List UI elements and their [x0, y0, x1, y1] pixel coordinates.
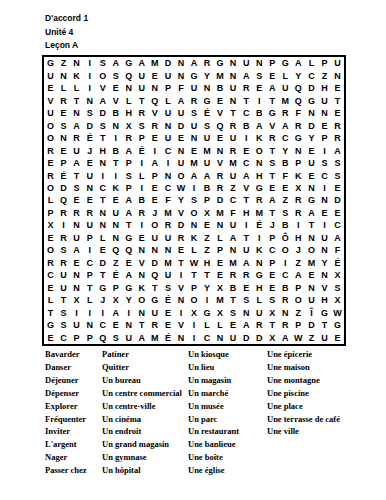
grid-cell: W: [187, 257, 200, 269]
grid-cell: E: [44, 82, 57, 94]
grid-cell: N: [253, 257, 266, 269]
worksheet-page: D'accord 1 Unité 4 Leçon A GZNISAGAMDNAR…: [0, 0, 386, 500]
grid-cell: D: [331, 194, 344, 206]
grid-cell: Z: [292, 257, 305, 269]
grid-cell: A: [122, 194, 135, 206]
word-list-item: Une épicerie: [267, 348, 340, 361]
word-search-grid: GZNISAGAMDNARGNUNPGALPUUNKIOSQUEUNGYMNAS…: [42, 55, 346, 346]
grid-cell: E: [214, 94, 227, 106]
grid-cell: I: [83, 307, 96, 319]
grid-cell: É: [331, 257, 344, 269]
grid-cell: U: [70, 319, 83, 331]
word-list-item: Explorer: [45, 400, 87, 413]
grid-cell: S: [331, 169, 344, 181]
grid-cell: D: [305, 319, 318, 331]
grid-cell: Y: [292, 69, 305, 81]
grid-cell: O: [44, 244, 57, 256]
grid-cell: U: [331, 57, 344, 69]
grid-cell: Q: [292, 82, 305, 94]
grid-cell: S: [318, 157, 331, 169]
grid-cell: J: [266, 219, 279, 231]
grid-cell: C: [161, 182, 174, 194]
grid-cell: B: [279, 282, 292, 294]
grid-cell: X: [266, 307, 279, 319]
grid-cell: Z: [201, 232, 214, 244]
grid-cell: U: [122, 332, 135, 344]
grid-cell: L: [70, 82, 83, 94]
grid-cell: R: [253, 194, 266, 206]
grid-cell: T: [305, 219, 318, 231]
grid-cell: N: [227, 69, 240, 81]
grid-cell: P: [292, 157, 305, 169]
grid-cell: N: [240, 307, 253, 319]
grid-cell: L: [279, 69, 292, 81]
grid-cell: X: [122, 119, 135, 131]
grid-cell: U: [227, 82, 240, 94]
grid-cell: T: [122, 219, 135, 231]
grid-cell: B: [253, 107, 266, 119]
grid-cell: U: [148, 307, 161, 319]
grid-cell: M: [187, 157, 200, 169]
grid-cell: N: [201, 82, 214, 94]
grid-cell: U: [305, 294, 318, 306]
worksheet-header: D'accord 1 Unité 4 Leçon A: [45, 12, 88, 53]
grid-cell: V: [109, 94, 122, 106]
grid-cell: D: [305, 119, 318, 131]
grid-cell: É: [109, 269, 122, 281]
word-list-item: Une terrasse de café: [267, 413, 340, 426]
grid-cell: O: [174, 169, 187, 181]
grid-cell: I: [96, 307, 109, 319]
grid-cell: E: [331, 207, 344, 219]
grid-cell: G: [148, 294, 161, 306]
grid-cell: V: [214, 157, 227, 169]
grid-cell: É: [161, 332, 174, 344]
grid-cell: Z: [292, 307, 305, 319]
grid-cell: R: [161, 219, 174, 231]
grid-cell: N: [305, 232, 318, 244]
grid-cell: U: [161, 69, 174, 81]
grid-cell: T: [227, 294, 240, 306]
word-list-item: Une banlieue: [188, 438, 239, 451]
grid-cell: R: [240, 269, 253, 281]
grid-cell: E: [305, 169, 318, 181]
word-list-item: Bavarder: [45, 348, 87, 361]
grid-cell: S: [135, 119, 148, 131]
grid-cell: R: [214, 169, 227, 181]
grid-cell: P: [57, 157, 70, 169]
grid-cell: N: [96, 157, 109, 169]
grid-cell: I: [253, 94, 266, 106]
grid-cell: S: [109, 69, 122, 81]
grid-cell: N: [174, 57, 187, 69]
grid-cell: B: [214, 82, 227, 94]
grid-cell: G: [122, 232, 135, 244]
grid-cell: K: [135, 282, 148, 294]
grid-cell: A: [292, 57, 305, 69]
grid-cell: I: [279, 257, 292, 269]
grid-cell: É: [83, 132, 96, 144]
grid-cell: E: [318, 119, 331, 131]
grid-cell: A: [227, 232, 240, 244]
grid-cell: L: [187, 244, 200, 256]
grid-cell: Z: [279, 194, 292, 206]
grid-cell: C: [57, 332, 70, 344]
grid-cell: G: [292, 132, 305, 144]
lesson-label: Leçon A: [45, 39, 88, 53]
grid-cell: O: [44, 119, 57, 131]
grid-cell: A: [253, 119, 266, 131]
grid-cell: É: [253, 219, 266, 231]
grid-cell: R: [227, 119, 240, 131]
grid-cell: E: [57, 144, 70, 156]
grid-cell: C: [161, 144, 174, 156]
grid-cell: T: [148, 282, 161, 294]
grid-cell: Q: [214, 119, 227, 131]
grid-cell: T: [240, 194, 253, 206]
grid-cell: I: [318, 182, 331, 194]
word-list-item: Un bureau: [102, 374, 182, 387]
grid-cell: W: [331, 307, 344, 319]
grid-cell: S: [161, 282, 174, 294]
grid-cell: N: [187, 132, 200, 144]
book-title: D'accord 1: [45, 12, 88, 26]
grid-cell: T: [318, 319, 331, 331]
grid-cell: O: [44, 132, 57, 144]
grid-cell: T: [266, 207, 279, 219]
grid-cell: R: [135, 207, 148, 219]
grid-cell: T: [83, 282, 96, 294]
grid-cell: A: [201, 169, 214, 181]
grid-cell: G: [96, 282, 109, 294]
grid-cell: D: [83, 119, 96, 131]
grid-cell: Q: [122, 69, 135, 81]
grid-cell: É: [135, 144, 148, 156]
grid-cell: N: [187, 219, 200, 231]
grid-cell: T: [227, 107, 240, 119]
grid-cell: H: [240, 207, 253, 219]
grid-cell: A: [240, 319, 253, 331]
grid-cell: K: [187, 232, 200, 244]
grid-cell: R: [253, 319, 266, 331]
grid-cell: S: [201, 119, 214, 131]
grid-cell: D: [148, 257, 161, 269]
grid-cell: H: [318, 82, 331, 94]
grid-cell: T: [174, 257, 187, 269]
grid-cell: A: [331, 232, 344, 244]
grid-cell: T: [331, 94, 344, 106]
grid-cell: R: [227, 144, 240, 156]
grid-cell: C: [201, 332, 214, 344]
grid-cell: R: [135, 107, 148, 119]
grid-cell: U: [201, 157, 214, 169]
grid-cell: V: [174, 319, 187, 331]
grid-cell: U: [70, 232, 83, 244]
grid-cell: N: [214, 332, 227, 344]
grid-cell: N: [109, 219, 122, 231]
grid-cell: A: [148, 157, 161, 169]
grid-cell: D: [305, 82, 318, 94]
grid-cell: F: [174, 82, 187, 94]
grid-cell: N: [70, 57, 83, 69]
grid-cell: C: [279, 269, 292, 281]
grid-cell: N: [174, 332, 187, 344]
grid-cell: P: [292, 282, 305, 294]
grid-cell: D: [240, 332, 253, 344]
grid-cell: A: [240, 169, 253, 181]
grid-cell: B: [279, 219, 292, 231]
grid-cell: X: [187, 307, 200, 319]
grid-cell: R: [70, 132, 83, 144]
grid-cell: L: [214, 319, 227, 331]
grid-cell: V: [148, 107, 161, 119]
grid-cell: U: [318, 94, 331, 106]
grid-cell: N: [318, 269, 331, 281]
grid-cell: R: [57, 232, 70, 244]
grid-cell: D: [174, 219, 187, 231]
grid-cell: L: [201, 319, 214, 331]
grid-cell: A: [135, 57, 148, 69]
grid-cell: E: [266, 69, 279, 81]
grid-cell: C: [318, 169, 331, 181]
grid-cell: R: [44, 169, 57, 181]
grid-cell: D: [96, 107, 109, 119]
grid-cell: E: [266, 182, 279, 194]
grid-cell: E: [44, 232, 57, 244]
grid-cell: P: [148, 169, 161, 181]
word-list-item: Une maison: [267, 361, 340, 374]
grid-cell: Q: [122, 244, 135, 256]
grid-cell: T: [266, 144, 279, 156]
grid-cell: P: [44, 207, 57, 219]
grid-cell: I: [83, 244, 96, 256]
grid-cell: T: [135, 319, 148, 331]
grid-cell: Q: [148, 269, 161, 281]
word-list-item: Déjeuner: [45, 374, 87, 387]
grid-cell: H: [292, 232, 305, 244]
grid-cell: N: [305, 282, 318, 294]
grid-cell: G: [201, 307, 214, 319]
grid-cell: É: [57, 169, 70, 181]
grid-cell: I: [161, 157, 174, 169]
grid-cell: H: [253, 169, 266, 181]
grid-cell: Y: [122, 294, 135, 306]
grid-cell: I: [240, 219, 253, 231]
grid-cell: N: [83, 94, 96, 106]
grid-cell: N: [57, 69, 70, 81]
grid-cell: S: [266, 157, 279, 169]
grid-cell: N: [305, 107, 318, 119]
grid-cell: T: [266, 94, 279, 106]
grid-cell: V: [96, 82, 109, 94]
grid-cell: N: [253, 57, 266, 69]
grid-cell: U: [227, 169, 240, 181]
grid-cell: Z: [318, 69, 331, 81]
grid-cell: S: [279, 207, 292, 219]
grid-cell: A: [122, 269, 135, 281]
grid-cell: R: [227, 269, 240, 281]
grid-cell: N: [70, 107, 83, 119]
grid-cell: E: [227, 319, 240, 331]
grid-cell: K: [109, 182, 122, 194]
grid-cell: Z: [305, 332, 318, 344]
word-list-column: Un kiosqueUn lieuUn magasinUn marchéUn m…: [188, 348, 239, 477]
grid-cell: N: [161, 169, 174, 181]
grid-cell: I: [122, 307, 135, 319]
grid-cell: T: [240, 232, 253, 244]
grid-cell: N: [305, 182, 318, 194]
grid-cell: N: [161, 119, 174, 131]
grid-cell: D: [214, 194, 227, 206]
grid-cell: E: [83, 157, 96, 169]
grid-cell: A: [122, 144, 135, 156]
grid-cell: N: [174, 69, 187, 81]
grid-cell: M: [148, 332, 161, 344]
grid-cell: H: [318, 294, 331, 306]
grid-cell: P: [83, 332, 96, 344]
grid-cell: A: [174, 94, 187, 106]
grid-cell: V: [135, 257, 148, 269]
grid-cell: N: [96, 219, 109, 231]
grid-cell: A: [70, 157, 83, 169]
grid-cell: E: [148, 69, 161, 81]
grid-cell: N: [174, 294, 187, 306]
grid-cell: Q: [57, 194, 70, 206]
grid-cell: P: [122, 182, 135, 194]
grid-cell: C: [240, 107, 253, 119]
grid-cell: E: [214, 257, 227, 269]
grid-cell: U: [44, 107, 57, 119]
word-list-column: BavarderDanserDéjeunerDépenserExplorerFr…: [45, 348, 87, 477]
word-list-item: Patiner: [102, 348, 182, 361]
grid-cell: S: [187, 107, 200, 119]
grid-cell: U: [227, 219, 240, 231]
grid-cell: L: [122, 94, 135, 106]
grid-cell: N: [227, 244, 240, 256]
grid-cell: R: [44, 257, 57, 269]
grid-cell: A: [279, 119, 292, 131]
grid-cell: M: [214, 69, 227, 81]
grid-cell: X: [266, 332, 279, 344]
grid-cell: X: [292, 182, 305, 194]
grid-cell: G: [122, 57, 135, 69]
grid-cell: R: [70, 207, 83, 219]
grid-cell: Y: [201, 282, 214, 294]
grid-cell: R: [292, 194, 305, 206]
grid-cell: V: [266, 119, 279, 131]
grid-cell: R: [57, 94, 70, 106]
grid-cell: T: [240, 94, 253, 106]
grid-cell: U: [148, 232, 161, 244]
grid-cell: F: [279, 169, 292, 181]
grid-cell: E: [174, 132, 187, 144]
grid-cell: R: [122, 132, 135, 144]
grid-cell: X: [70, 294, 83, 306]
grid-cell: B: [279, 157, 292, 169]
grid-cell: M: [201, 144, 214, 156]
grid-cell: N: [109, 119, 122, 131]
grid-cell: X: [214, 282, 227, 294]
grid-cell: A: [109, 307, 122, 319]
grid-cell: Q: [148, 94, 161, 106]
grid-cell: E: [161, 307, 174, 319]
grid-cell: R: [292, 119, 305, 131]
grid-cell: L: [305, 57, 318, 69]
grid-cell: S: [331, 157, 344, 169]
grid-cell: R: [44, 144, 57, 156]
grid-cell: N: [148, 244, 161, 256]
word-list-item: Un centre-ville: [102, 400, 182, 413]
word-list-item: Un restaurant: [188, 425, 239, 438]
grid-cell: U: [318, 332, 331, 344]
grid-cell: A: [266, 82, 279, 94]
grid-cell: E: [305, 269, 318, 281]
grid-cell: K: [292, 169, 305, 181]
grid-cell: M: [148, 57, 161, 69]
grid-cell: E: [331, 182, 344, 194]
grid-cell: R: [148, 319, 161, 331]
grid-cell: N: [70, 269, 83, 281]
grid-cell: G: [253, 182, 266, 194]
grid-cell: R: [331, 132, 344, 144]
grid-cell: C: [83, 257, 96, 269]
grid-cell: F: [292, 107, 305, 119]
grid-cell: P: [318, 57, 331, 69]
grid-cell: I: [187, 319, 200, 331]
grid-cell: U: [318, 232, 331, 244]
grid-cell: X: [214, 307, 227, 319]
grid-cell: B: [227, 282, 240, 294]
grid-cell: E: [187, 144, 200, 156]
grid-cell: R: [214, 182, 227, 194]
grid-cell: P: [83, 232, 96, 244]
word-list: BavarderDanserDéjeunerDépenserExplorerFr…: [0, 348, 386, 493]
grid-cell: P: [83, 269, 96, 281]
grid-cell: N: [135, 269, 148, 281]
grid-cell: E: [331, 332, 344, 344]
grid-cell: S: [122, 169, 135, 181]
grid-cell: U: [174, 157, 187, 169]
grid-cell: V: [174, 282, 187, 294]
grid-cell: B: [240, 119, 253, 131]
grid-cell: I: [135, 157, 148, 169]
grid-cell: É: [201, 107, 214, 119]
grid-cell: I: [187, 182, 200, 194]
grid-cell: É: [161, 294, 174, 306]
grid-cell: C: [266, 244, 279, 256]
grid-cell: L: [96, 232, 109, 244]
word-list-item: Un centre commercial: [102, 387, 182, 400]
grid-cell: T: [201, 269, 214, 281]
grid-cell: L: [135, 169, 148, 181]
grid-cell: G: [201, 94, 214, 106]
grid-cell: A: [292, 269, 305, 281]
grid-cell: O: [279, 244, 292, 256]
grid-cell: Y: [305, 132, 318, 144]
grid-cell: U: [253, 307, 266, 319]
grid-cell: R: [266, 132, 279, 144]
grid-cell: U: [240, 244, 253, 256]
word-list-item: L'argent: [45, 438, 87, 451]
grid-cell: E: [266, 282, 279, 294]
grid-cell: R: [279, 319, 292, 331]
grid-cell: E: [109, 194, 122, 206]
grid-cell: A: [331, 144, 344, 156]
grid-cell: E: [331, 107, 344, 119]
grid-cell: G: [187, 69, 200, 81]
grid-cell: R: [187, 94, 200, 106]
grid-cell: T: [96, 132, 109, 144]
